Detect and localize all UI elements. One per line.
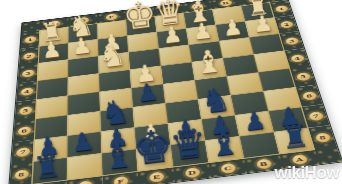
square-g5 [68, 92, 101, 115]
white-pawn: ♟ [252, 12, 274, 36]
square-g7: ♟ [67, 132, 101, 158]
file-label: F [113, 176, 128, 184]
rank-label: 8 [314, 132, 331, 143]
square-c4: ♝ [192, 58, 227, 80]
square-h5 [35, 96, 68, 119]
file-label: G [77, 180, 92, 184]
square-b3 [219, 37, 254, 58]
file-label: B [219, 0, 232, 7]
border-corner-ornament [315, 147, 342, 164]
square-d5 [163, 80, 198, 103]
rank-label: 6 [301, 91, 317, 101]
blue-queen: ♛ [167, 121, 209, 166]
blue-bishop: ♝ [100, 137, 135, 175]
square-h8: ♜ [32, 157, 68, 184]
file-label: C [220, 162, 236, 173]
white-pawn: ♟ [222, 16, 244, 40]
blue-rook: ♜ [32, 150, 62, 183]
rank-label: 3 [21, 69, 34, 78]
white-pawn: ♟ [161, 23, 183, 47]
rank-label-left-5: 5 [15, 100, 36, 122]
rank-label: 1 [274, 5, 288, 13]
file-label: E [149, 171, 164, 182]
square-d4 [161, 62, 195, 84]
rank-label: 7 [307, 111, 324, 121]
square-h4 [36, 77, 68, 99]
square-a4 [254, 51, 290, 73]
blue-pawn: ♟ [242, 107, 267, 134]
square-a3 [249, 34, 284, 55]
rank-label: 3 [284, 37, 299, 45]
file-label-bottom-2: G [67, 176, 103, 184]
blue-pawn: ♟ [136, 80, 160, 106]
square-d3 [159, 45, 192, 66]
square-d2: ♟ [157, 28, 189, 48]
rank-label: 7 [15, 147, 29, 158]
blue-rook: ♜ [280, 120, 310, 153]
white-pawn: ♟ [41, 38, 63, 62]
rank-label: 8 [14, 169, 29, 180]
file-label: D [184, 167, 200, 178]
square-b4 [223, 54, 259, 76]
wikihow-watermark: wikiHow [274, 163, 339, 183]
square-b7: ♟ [235, 111, 274, 136]
square-g4 [68, 73, 100, 95]
white-pawn: ♟ [71, 34, 93, 58]
square-h2: ♟ [38, 43, 68, 63]
rank-label-left-6: 6 [13, 119, 35, 142]
square-f4 [99, 70, 131, 92]
board-perspective-wrapper: HGFEDCBA1♜♞♚♛♝♜12♟♟♟♟♟♟♟23♞34♟♝45♟56♞♞67… [8, 0, 342, 184]
square-a5 [258, 68, 295, 91]
rank-label-right-2: 2 [275, 15, 299, 33]
rank-label-left-8: 8 [9, 162, 32, 184]
chess-board: HGFEDCBA1♜♞♚♛♝♜12♟♟♟♟♟♟♟23♞34♟♝45♟56♞♞67… [8, 0, 342, 184]
square-g8 [67, 153, 102, 180]
rank-label-right-6: 6 [296, 85, 323, 107]
blue-pawn: ♟ [70, 129, 95, 156]
blue-bishop: ♝ [207, 124, 242, 162]
rank-label-right-5: 5 [290, 66, 316, 87]
rank-label: 5 [19, 106, 33, 116]
rank-label: 2 [23, 52, 36, 60]
rank-label: 6 [17, 126, 31, 136]
square-e5: ♟ [131, 84, 165, 107]
white-knight: ♞ [97, 39, 128, 72]
chess-photo: HGFEDCBA1♜♞♚♛♝♜12♟♟♟♟♟♟♟23♞34♟♝45♟56♞♞67… [0, 0, 342, 184]
rank-label-left-7: 7 [11, 140, 34, 164]
board-tilt-wrapper: HGFEDCBA1♜♞♚♛♝♜12♟♟♟♟♟♟♟23♞34♟♝45♟56♞♞67… [0, 0, 328, 184]
square-b5 [227, 72, 264, 95]
rank-label: 1 [24, 36, 36, 44]
rank-label: 5 [295, 72, 311, 81]
file-label: B [255, 158, 272, 169]
white-bishop: ♝ [193, 45, 224, 79]
rank-label: 2 [279, 20, 293, 28]
rank-label: 4 [290, 54, 305, 63]
rank-label: 4 [20, 87, 33, 96]
white-pawn: ♟ [191, 20, 213, 44]
rank-label-right-4: 4 [285, 48, 310, 68]
file-label: F [105, 13, 117, 21]
